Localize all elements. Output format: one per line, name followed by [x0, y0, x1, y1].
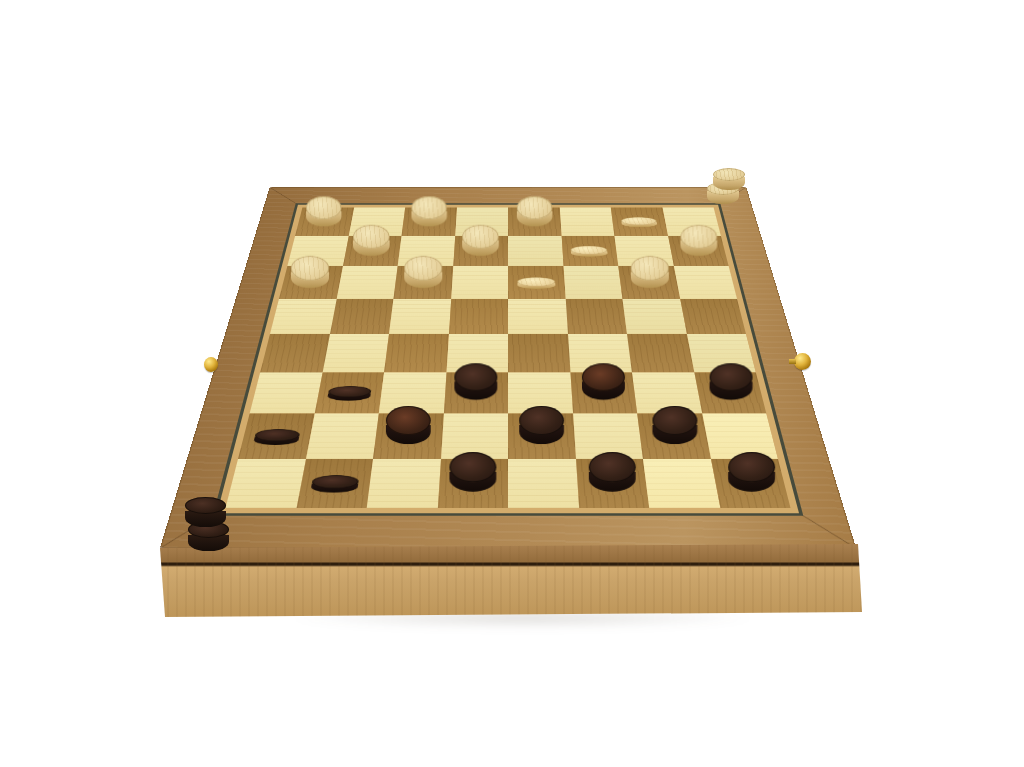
square-a1: [225, 459, 305, 508]
square-a2: [238, 414, 314, 459]
square-f7: [561, 236, 618, 266]
square-c1: [367, 459, 441, 508]
piece-top: [519, 406, 564, 435]
square-b5: [330, 299, 394, 334]
light-piece-e8: [517, 196, 552, 226]
brass-knob-right: [794, 353, 811, 370]
square-a8: [295, 207, 354, 235]
spare-light-pieces-stack: [704, 166, 752, 218]
square-h6: [673, 266, 737, 299]
piece-top: [185, 497, 226, 514]
square-c4: [384, 334, 448, 372]
square-d7: [453, 236, 508, 266]
light-piece-d7: [462, 225, 499, 256]
dark-piece-b1: [310, 475, 359, 492]
frame-mitre-joint: [795, 511, 857, 549]
dark-piece-f3: [582, 363, 625, 399]
brass-knob-left: [204, 357, 218, 372]
light-piece-a8: [306, 196, 341, 226]
board-lid-top: [160, 187, 857, 548]
square-h5: [680, 299, 746, 334]
square-e1: [508, 459, 579, 508]
dark-piece-d3: [455, 363, 498, 399]
board-inner-margin: [217, 205, 799, 513]
square-b1: [296, 459, 373, 508]
square-b4: [322, 334, 389, 372]
dark-piece-c2: [386, 406, 431, 444]
piece-top: [386, 406, 431, 435]
square-b3: [314, 372, 384, 413]
piece-top: [306, 196, 341, 219]
square-c8: [402, 207, 457, 235]
spare-piece: [713, 168, 745, 190]
square-c6: [394, 266, 453, 299]
piece-top: [517, 277, 555, 286]
light-piece-g8: [621, 217, 658, 227]
square-g4: [627, 334, 694, 372]
piece-top: [254, 429, 301, 441]
square-a5: [270, 299, 336, 334]
dark-piece-d1: [450, 452, 497, 492]
square-e7: [508, 236, 563, 266]
dark-piece-h3: [710, 363, 753, 399]
square-h7: [668, 236, 729, 266]
dark-piece-g2: [652, 406, 697, 444]
piece-top: [652, 406, 697, 435]
square-g6: [618, 266, 679, 299]
square-e4: [508, 334, 570, 372]
checkers-board-grid: [225, 207, 790, 508]
square-f5: [565, 299, 627, 334]
light-piece-a6: [291, 256, 329, 288]
light-piece-c6: [404, 256, 442, 288]
piece-top: [291, 256, 329, 281]
square-e8: [508, 207, 561, 235]
light-piece-h7: [681, 225, 718, 256]
square-f1: [575, 459, 649, 508]
square-h1: [710, 459, 790, 508]
square-f3: [570, 372, 637, 413]
spare-piece: [185, 497, 226, 527]
square-e2: [508, 414, 575, 459]
dark-piece-f1: [589, 452, 636, 492]
piece-top: [404, 256, 442, 281]
piece-top: [631, 256, 669, 281]
light-piece-f7: [571, 246, 608, 257]
square-h3: [694, 372, 767, 413]
square-f8: [559, 207, 614, 235]
square-a4: [260, 334, 329, 372]
square-a6: [279, 266, 343, 299]
piece-top: [411, 196, 446, 219]
dark-piece-h1: [729, 452, 776, 492]
square-g2: [637, 414, 710, 459]
square-d5: [449, 299, 509, 334]
light-piece-e6: [517, 277, 555, 289]
dark-piece-e2: [519, 406, 564, 444]
light-piece-b7: [353, 225, 390, 256]
square-b7: [343, 236, 402, 266]
square-g5: [622, 299, 686, 334]
square-f6: [563, 266, 622, 299]
square-d3: [443, 372, 508, 413]
square-c2: [373, 414, 443, 459]
piece-top: [621, 217, 657, 225]
square-b2: [306, 414, 379, 459]
dark-piece-b3: [327, 386, 372, 401]
square-e5: [508, 299, 568, 334]
square-c5: [389, 299, 451, 334]
spare-dark-pieces-stack: [182, 497, 234, 561]
light-piece-c8: [411, 196, 446, 226]
piece-top: [311, 475, 359, 488]
square-g1: [643, 459, 720, 508]
square-e6: [508, 266, 565, 299]
light-piece-g6: [631, 256, 669, 288]
board-border-line: [213, 203, 804, 515]
box-base-front: [158, 544, 862, 618]
square-g8: [611, 207, 668, 235]
square-b6: [336, 266, 397, 299]
piece-top: [713, 168, 745, 181]
square-a3: [250, 372, 323, 413]
square-d1: [437, 459, 508, 508]
dark-piece-a2: [253, 429, 301, 445]
product-photo-scene: [0, 0, 1024, 767]
square-d6: [451, 266, 508, 299]
piece-top: [328, 386, 372, 397]
board-3d-wrapper: [225, 51, 791, 617]
piece-top: [517, 196, 552, 219]
